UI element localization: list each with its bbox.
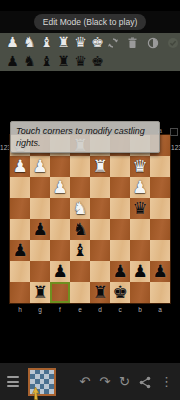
square-f7[interactable]: ♟ — [50, 261, 70, 282]
square-h4[interactable] — [10, 198, 30, 219]
black-piece-glyph: ♚ — [110, 282, 130, 303]
square-d6[interactable] — [90, 240, 110, 261]
palette-white-pieces: ♟♞♝♜♛♚ — [4, 33, 106, 52]
undo-icon[interactable]: ↶ — [79, 363, 90, 400]
palette-white-pawn[interactable]: ♟ — [4, 33, 21, 52]
black-piece-glyph: ♛ — [130, 198, 150, 219]
coord-label-b: b — [130, 305, 150, 314]
square-b3[interactable]: ♟ — [130, 177, 150, 198]
square-e3[interactable] — [70, 177, 90, 198]
square-c7[interactable]: ♟ — [110, 261, 130, 282]
reload-icon[interactable]: ↻ — [119, 363, 130, 400]
square-b8[interactable] — [130, 282, 150, 303]
menu-icon[interactable] — [7, 376, 19, 387]
square-a2[interactable] — [150, 156, 170, 177]
palette-black-row: ♟♞♝♜♛♚ — [0, 52, 180, 71]
square-a3[interactable] — [150, 177, 170, 198]
black-piece-glyph: ♝ — [70, 240, 90, 261]
square-a4[interactable] — [150, 198, 170, 219]
square-h2[interactable]: ♟ — [10, 156, 30, 177]
square-g2[interactable]: ♟ — [30, 156, 50, 177]
black-piece-glyph: ♟ — [110, 261, 130, 282]
square-a7[interactable]: ♟ — [150, 261, 170, 282]
coord-label-e: e — [70, 305, 90, 314]
square-b6[interactable] — [130, 240, 150, 261]
black-piece-glyph: ♜ — [90, 282, 110, 303]
status-bar — [0, 0, 180, 11]
palette-black-rook[interactable]: ♜ — [55, 52, 72, 71]
white-piece-glyph: ♟ — [50, 177, 70, 198]
file-labels-bottom: hgfedcba — [10, 305, 170, 314]
swap-colors-icon[interactable] — [106, 36, 119, 49]
square-b5[interactable] — [130, 219, 150, 240]
square-e7[interactable] — [70, 261, 90, 282]
square-b4[interactable]: ♛ — [130, 198, 150, 219]
coord-label-d: d — [90, 305, 110, 314]
square-h8[interactable] — [10, 282, 30, 303]
square-b7[interactable]: ♟ — [130, 261, 150, 282]
square-e5[interactable]: ♞ — [70, 219, 90, 240]
square-e2[interactable] — [70, 156, 90, 177]
invert-colors-icon[interactable] — [146, 36, 159, 49]
toast-row: Edit Mode (Black to play) — [0, 11, 180, 33]
coord-label-a: a — [150, 305, 170, 314]
square-c4[interactable] — [110, 198, 130, 219]
black-piece-glyph: ♟ — [50, 261, 70, 282]
edit-cursor-arrow-icon — [31, 387, 42, 400]
coord-label-h: h — [10, 305, 30, 314]
white-piece-glyph: ♛ — [130, 156, 150, 177]
palette-actions — [106, 36, 180, 49]
square-h6[interactable]: ♟ — [10, 240, 30, 261]
square-d3[interactable] — [90, 177, 110, 198]
square-e8[interactable] — [70, 282, 90, 303]
palette-white-king[interactable]: ♚ — [89, 33, 106, 52]
square-d7[interactable] — [90, 261, 110, 282]
palette-black-king[interactable]: ♚ — [89, 52, 106, 71]
chess-editor-screen: Edit Mode (Black to play) ♟♞♝♜♛♚ — [0, 0, 180, 400]
coord-label-c: c — [110, 305, 130, 314]
square-f3[interactable]: ♟ — [50, 177, 70, 198]
overflow-menu-icon[interactable]: ⋮ — [160, 363, 173, 400]
square-b2[interactable]: ♛ — [130, 156, 150, 177]
square-f8[interactable] — [50, 282, 70, 303]
palette-black-pieces: ♟♞♝♜♛♚ — [4, 52, 106, 71]
square-a6[interactable] — [150, 240, 170, 261]
white-piece-glyph: ♜ — [90, 156, 110, 177]
square-f2[interactable] — [50, 156, 70, 177]
palette-white-rook[interactable]: ♜ — [55, 33, 72, 52]
black-piece-glyph: ♟ — [10, 240, 30, 261]
coord-label-g: g — [30, 305, 50, 314]
chess-board: ♚♜♟♟♜♛♟♟♞♛♟♞♟♝♟♟♟♟♜♜♚ — [10, 135, 170, 303]
black-piece-glyph: ♜ — [30, 282, 50, 303]
square-c2[interactable] — [110, 156, 130, 177]
edit-mode-toast: Edit Mode (Black to play) — [34, 14, 146, 31]
white-piece-glyph: ♞ — [70, 198, 90, 219]
ok-icon[interactable] — [166, 36, 179, 49]
square-d4[interactable] — [90, 198, 110, 219]
black-piece-glyph: ♟ — [130, 261, 150, 282]
square-c8[interactable]: ♚ — [110, 282, 130, 303]
rank-labels-right: 12345678 — [171, 135, 180, 158]
square-f4[interactable] — [50, 198, 70, 219]
white-piece-glyph: ♟ — [130, 177, 150, 198]
palette-white-knight[interactable]: ♞ — [21, 33, 38, 52]
white-piece-glyph: ♟ — [30, 156, 50, 177]
square-g5[interactable]: ♟ — [30, 219, 50, 240]
square-d2[interactable]: ♜ — [90, 156, 110, 177]
palette-white-row: ♟♞♝♜♛♚ — [0, 33, 180, 52]
palette-white-bishop[interactable]: ♝ — [38, 33, 55, 52]
square-h5[interactable] — [10, 219, 30, 240]
square-g6[interactable] — [30, 240, 50, 261]
palette-black-bishop[interactable]: ♝ — [38, 52, 55, 71]
square-a5[interactable] — [150, 219, 170, 240]
palette-black-pawn[interactable]: ♟ — [4, 52, 21, 71]
square-f5[interactable] — [50, 219, 70, 240]
square-a8[interactable] — [150, 282, 170, 303]
square-d5[interactable] — [90, 219, 110, 240]
square-c6[interactable] — [110, 240, 130, 261]
square-c5[interactable] — [110, 219, 130, 240]
square-e4[interactable]: ♞ — [70, 198, 90, 219]
square-c3[interactable] — [110, 177, 130, 198]
redo-icon[interactable]: ↷ — [99, 363, 110, 400]
square-e6[interactable]: ♝ — [70, 240, 90, 261]
square-d8[interactable]: ♜ — [90, 282, 110, 303]
share-icon[interactable] — [139, 363, 151, 400]
coord-label-f: f — [50, 305, 70, 314]
black-piece-glyph: ♟ — [30, 219, 50, 240]
square-g3[interactable] — [30, 177, 50, 198]
square-f6[interactable] — [50, 240, 70, 261]
toolbar-icons: ↶ ↷ ↻ ⋮ — [79, 363, 180, 400]
black-piece-glyph: ♞ — [70, 219, 90, 240]
black-piece-glyph: ♟ — [150, 261, 170, 282]
side-to-move-marker[interactable] — [170, 128, 178, 136]
square-g8[interactable]: ♜ — [30, 282, 50, 303]
square-h7[interactable] — [10, 261, 30, 282]
rank-labels-left: 12345678 — [0, 135, 9, 158]
square-g7[interactable] — [30, 261, 50, 282]
bottom-toolbar: ↶ ↷ ↻ ⋮ — [0, 363, 180, 400]
palette-black-knight[interactable]: ♞ — [21, 52, 38, 71]
edit-board-icon[interactable] — [28, 368, 56, 396]
white-piece-glyph: ♟ — [10, 156, 30, 177]
piece-palette: ♟♞♝♜♛♚ — [0, 33, 180, 71]
square-h3[interactable] — [10, 177, 30, 198]
square-g4[interactable] — [30, 198, 50, 219]
castling-tooltip: Touch corners to modify castling rights. — [10, 121, 160, 153]
coord-label-3: 3 — [178, 144, 180, 151]
palette-black-queen[interactable]: ♛ — [72, 52, 89, 71]
delete-icon[interactable] — [126, 36, 139, 49]
palette-white-queen[interactable]: ♛ — [72, 33, 89, 52]
